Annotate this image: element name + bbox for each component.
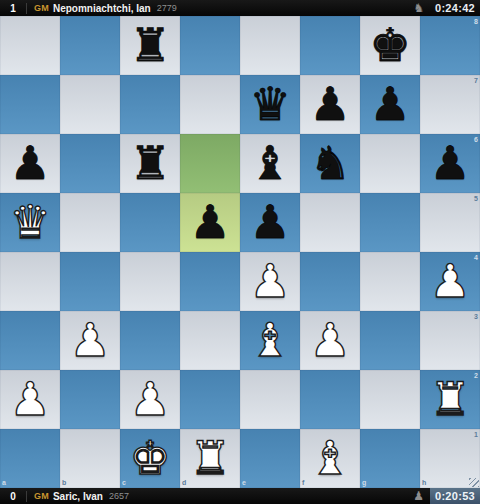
- black-pawn[interactable]: ♟: [189, 199, 230, 245]
- resize-handle[interactable]: [469, 478, 479, 487]
- rank-label-3: 3: [474, 313, 478, 320]
- square-a3[interactable]: [0, 311, 60, 370]
- square-b4[interactable]: [60, 252, 120, 311]
- square-a5[interactable]: ♛: [0, 193, 60, 252]
- square-a4[interactable]: [0, 252, 60, 311]
- file-label-a: a: [2, 479, 6, 486]
- black-rook[interactable]: ♜: [129, 140, 170, 186]
- square-f4[interactable]: [300, 252, 360, 311]
- square-d7[interactable]: [180, 75, 240, 134]
- square-e6[interactable]: ♝: [240, 134, 300, 193]
- square-c3[interactable]: [120, 311, 180, 370]
- rank-label-8: 8: [474, 18, 478, 25]
- white-pawn[interactable]: ♟: [129, 376, 170, 422]
- square-b1[interactable]: b: [60, 429, 120, 488]
- file-label-b: b: [62, 479, 66, 486]
- black-pawn[interactable]: ♟: [249, 199, 290, 245]
- square-g5[interactable]: [360, 193, 420, 252]
- file-label-d: d: [182, 479, 186, 486]
- square-g6[interactable]: [360, 134, 420, 193]
- square-e1[interactable]: e: [240, 429, 300, 488]
- white-pawn[interactable]: ♟: [309, 317, 350, 363]
- bottom-player-clock: 0:20:53: [430, 488, 480, 504]
- square-h4[interactable]: ♟4: [420, 252, 480, 311]
- square-c2[interactable]: ♟: [120, 370, 180, 429]
- square-h6[interactable]: ♟6: [420, 134, 480, 193]
- bottom-player-name: Saric, Ivan: [53, 491, 103, 502]
- file-label-f: f: [302, 479, 304, 486]
- top-player-rating: 2779: [157, 3, 177, 13]
- square-a1[interactable]: a: [0, 429, 60, 488]
- square-a8[interactable]: [0, 16, 60, 75]
- square-c1[interactable]: ♚c: [120, 429, 180, 488]
- black-pawn[interactable]: ♟: [309, 81, 350, 127]
- chess-board: ♜♚8♛♟♟7♟♜♝♞♟6♛♟♟5♟♟4♟♝♟3♟♟♜2ab♚c♜de♝fgh1: [0, 16, 480, 488]
- square-e2[interactable]: [240, 370, 300, 429]
- white-pawn[interactable]: ♟: [9, 376, 50, 422]
- top-player-title: GM: [34, 3, 49, 13]
- square-d8[interactable]: [180, 16, 240, 75]
- square-a6[interactable]: ♟: [0, 134, 60, 193]
- square-e5[interactable]: ♟: [240, 193, 300, 252]
- square-h3[interactable]: 3: [420, 311, 480, 370]
- square-a7[interactable]: [0, 75, 60, 134]
- white-pawn[interactable]: ♟: [249, 258, 290, 304]
- file-label-g: g: [362, 479, 366, 486]
- square-f7[interactable]: ♟: [300, 75, 360, 134]
- separator: [26, 3, 27, 14]
- rank-label-7: 7: [474, 77, 478, 84]
- separator: [26, 491, 27, 502]
- square-b5[interactable]: [60, 193, 120, 252]
- square-f8[interactable]: [300, 16, 360, 75]
- square-e4[interactable]: ♟: [240, 252, 300, 311]
- square-f5[interactable]: [300, 193, 360, 252]
- black-pawn[interactable]: ♟: [9, 140, 50, 186]
- bottom-player-bar: 0 GM Saric, Ivan 2657 ♟ 0:20:53: [0, 488, 480, 504]
- top-player-clock: 0:24:42: [430, 0, 480, 16]
- square-d5[interactable]: ♟: [180, 193, 240, 252]
- square-f1[interactable]: ♝f: [300, 429, 360, 488]
- square-d1[interactable]: ♜d: [180, 429, 240, 488]
- white-queen[interactable]: ♛: [9, 199, 50, 245]
- white-rook[interactable]: ♜: [189, 435, 230, 481]
- square-b6[interactable]: [60, 134, 120, 193]
- rank-label-6: 6: [474, 136, 478, 143]
- square-d2[interactable]: [180, 370, 240, 429]
- square-c5[interactable]: [120, 193, 180, 252]
- knight-icon: ♞: [413, 0, 424, 16]
- square-c4[interactable]: [120, 252, 180, 311]
- square-d6[interactable]: [180, 134, 240, 193]
- square-h2[interactable]: ♜2: [420, 370, 480, 429]
- file-label-h: h: [422, 479, 426, 486]
- square-h8[interactable]: 8: [420, 16, 480, 75]
- square-h5[interactable]: 5: [420, 193, 480, 252]
- square-b2[interactable]: [60, 370, 120, 429]
- square-g3[interactable]: [360, 311, 420, 370]
- black-pawn[interactable]: ♟: [369, 81, 410, 127]
- square-h7[interactable]: 7: [420, 75, 480, 134]
- square-g4[interactable]: [360, 252, 420, 311]
- white-bishop[interactable]: ♝: [249, 317, 290, 363]
- bottom-player-rating: 2657: [109, 491, 129, 501]
- black-king[interactable]: ♚: [369, 22, 410, 68]
- square-b7[interactable]: [60, 75, 120, 134]
- square-g1[interactable]: g: [360, 429, 420, 488]
- top-player-name: Nepomniachtchi, Ian: [53, 3, 151, 14]
- square-d4[interactable]: [180, 252, 240, 311]
- square-d3[interactable]: [180, 311, 240, 370]
- white-rook[interactable]: ♜: [429, 376, 470, 422]
- square-g8[interactable]: ♚: [360, 16, 420, 75]
- rank-label-2: 2: [474, 372, 478, 379]
- black-bishop[interactable]: ♝: [249, 140, 290, 186]
- square-g7[interactable]: ♟: [360, 75, 420, 134]
- square-f3[interactable]: ♟: [300, 311, 360, 370]
- square-c7[interactable]: [120, 75, 180, 134]
- rank-label-4: 4: [474, 254, 478, 261]
- square-c8[interactable]: ♜: [120, 16, 180, 75]
- square-c6[interactable]: ♜: [120, 134, 180, 193]
- bottom-player-title: GM: [34, 491, 49, 501]
- top-player-score: 1: [0, 3, 26, 14]
- square-b8[interactable]: [60, 16, 120, 75]
- chess-broadcast-widget: 1 GM Nepomniachtchi, Ian 2779 ♞ 0:24:42 …: [0, 0, 480, 504]
- square-g2[interactable]: [360, 370, 420, 429]
- square-e8[interactable]: [240, 16, 300, 75]
- white-pawn[interactable]: ♟: [429, 258, 470, 304]
- file-label-e: e: [242, 479, 246, 486]
- square-f2[interactable]: [300, 370, 360, 429]
- square-e7[interactable]: ♛: [240, 75, 300, 134]
- square-f6[interactable]: ♞: [300, 134, 360, 193]
- bottom-player-score: 0: [0, 491, 26, 502]
- rank-label-5: 5: [474, 195, 478, 202]
- pawn-icon: ♟: [413, 488, 424, 504]
- square-a2[interactable]: ♟: [0, 370, 60, 429]
- square-e3[interactable]: ♝: [240, 311, 300, 370]
- top-player-bar: 1 GM Nepomniachtchi, Ian 2779 ♞ 0:24:42: [0, 0, 480, 16]
- black-knight[interactable]: ♞: [309, 140, 350, 186]
- black-pawn[interactable]: ♟: [429, 140, 470, 186]
- square-b3[interactable]: ♟: [60, 311, 120, 370]
- rank-label-1: 1: [474, 431, 478, 438]
- white-king[interactable]: ♚: [129, 435, 170, 481]
- white-pawn[interactable]: ♟: [69, 317, 110, 363]
- black-queen[interactable]: ♛: [249, 81, 290, 127]
- white-bishop[interactable]: ♝: [309, 435, 350, 481]
- black-rook[interactable]: ♜: [129, 22, 170, 68]
- file-label-c: c: [122, 479, 126, 486]
